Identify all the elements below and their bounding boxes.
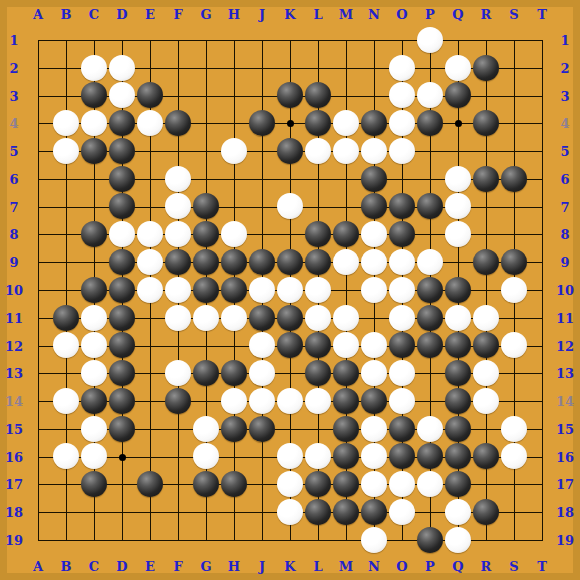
cell-N4[interactable] [360, 109, 388, 137]
cell-K7[interactable] [276, 193, 304, 221]
cell-K9[interactable] [276, 248, 304, 276]
cell-K5[interactable] [276, 137, 304, 165]
cell-G5[interactable] [192, 137, 220, 165]
cell-N19[interactable] [360, 526, 388, 554]
cell-R7[interactable] [472, 193, 500, 221]
cell-B5[interactable] [52, 137, 80, 165]
cell-R10[interactable] [472, 276, 500, 304]
cell-E8[interactable] [136, 220, 164, 248]
cell-A7[interactable] [24, 193, 52, 221]
cell-D19[interactable] [108, 526, 136, 554]
cell-F1[interactable] [164, 26, 192, 54]
cell-J12[interactable] [248, 331, 276, 359]
cell-Q1[interactable] [444, 26, 472, 54]
cell-T12[interactable] [528, 331, 556, 359]
cell-J6[interactable] [248, 165, 276, 193]
cell-Q15[interactable] [444, 415, 472, 443]
cell-E4[interactable] [136, 109, 164, 137]
cell-E17[interactable] [136, 470, 164, 498]
cell-S13[interactable] [500, 359, 528, 387]
cell-J10[interactable] [248, 276, 276, 304]
cell-A14[interactable] [24, 387, 52, 415]
cell-G9[interactable] [192, 248, 220, 276]
cell-K4[interactable] [276, 109, 304, 137]
cell-R1[interactable] [472, 26, 500, 54]
cell-N3[interactable] [360, 82, 388, 110]
cell-S11[interactable] [500, 304, 528, 332]
cell-L18[interactable] [304, 498, 332, 526]
cell-S4[interactable] [500, 109, 528, 137]
cell-H10[interactable] [220, 276, 248, 304]
cell-L11[interactable] [304, 304, 332, 332]
cell-N12[interactable] [360, 331, 388, 359]
cell-B17[interactable] [52, 470, 80, 498]
cell-O17[interactable] [388, 470, 416, 498]
cell-F4[interactable] [164, 109, 192, 137]
cell-A8[interactable] [24, 220, 52, 248]
cell-B12[interactable] [52, 331, 80, 359]
cell-J17[interactable] [248, 470, 276, 498]
cell-C14[interactable] [80, 387, 108, 415]
cell-C10[interactable] [80, 276, 108, 304]
cell-N1[interactable] [360, 26, 388, 54]
cell-E10[interactable] [136, 276, 164, 304]
cell-H11[interactable] [220, 304, 248, 332]
cell-R6[interactable] [472, 165, 500, 193]
cell-S16[interactable] [500, 442, 528, 470]
cell-T11[interactable] [528, 304, 556, 332]
cell-G18[interactable] [192, 498, 220, 526]
cell-T10[interactable] [528, 276, 556, 304]
cell-C9[interactable] [80, 248, 108, 276]
cell-T13[interactable] [528, 359, 556, 387]
cell-H1[interactable] [220, 26, 248, 54]
cell-Q5[interactable] [444, 137, 472, 165]
cell-M18[interactable] [332, 498, 360, 526]
cell-L12[interactable] [304, 331, 332, 359]
cell-R11[interactable] [472, 304, 500, 332]
cell-L3[interactable] [304, 82, 332, 110]
cell-K19[interactable] [276, 526, 304, 554]
cell-A3[interactable] [24, 82, 52, 110]
cell-N2[interactable] [360, 54, 388, 82]
cell-H16[interactable] [220, 442, 248, 470]
cell-H13[interactable] [220, 359, 248, 387]
cell-P14[interactable] [416, 387, 444, 415]
cell-E7[interactable] [136, 193, 164, 221]
cell-J13[interactable] [248, 359, 276, 387]
cell-D8[interactable] [108, 220, 136, 248]
cell-T19[interactable] [528, 526, 556, 554]
cell-M1[interactable] [332, 26, 360, 54]
cell-O10[interactable] [388, 276, 416, 304]
cell-S10[interactable] [500, 276, 528, 304]
cell-O4[interactable] [388, 109, 416, 137]
cell-M19[interactable] [332, 526, 360, 554]
cell-M16[interactable] [332, 442, 360, 470]
cell-B11[interactable] [52, 304, 80, 332]
cell-N10[interactable] [360, 276, 388, 304]
cell-N16[interactable] [360, 442, 388, 470]
cell-R12[interactable] [472, 331, 500, 359]
cell-A19[interactable] [24, 526, 52, 554]
cell-M8[interactable] [332, 220, 360, 248]
cell-M10[interactable] [332, 276, 360, 304]
cell-J8[interactable] [248, 220, 276, 248]
cell-S18[interactable] [500, 498, 528, 526]
cell-N6[interactable] [360, 165, 388, 193]
cell-O16[interactable] [388, 442, 416, 470]
cell-O13[interactable] [388, 359, 416, 387]
cell-C1[interactable] [80, 26, 108, 54]
cell-L9[interactable] [304, 248, 332, 276]
cell-G17[interactable] [192, 470, 220, 498]
cell-Q6[interactable] [444, 165, 472, 193]
cell-C15[interactable] [80, 415, 108, 443]
cell-Q11[interactable] [444, 304, 472, 332]
cell-H8[interactable] [220, 220, 248, 248]
cell-N17[interactable] [360, 470, 388, 498]
cell-G8[interactable] [192, 220, 220, 248]
cell-R8[interactable] [472, 220, 500, 248]
cell-T16[interactable] [528, 442, 556, 470]
cell-M4[interactable] [332, 109, 360, 137]
cell-C19[interactable] [80, 526, 108, 554]
cell-O7[interactable] [388, 193, 416, 221]
cell-F7[interactable] [164, 193, 192, 221]
cell-A16[interactable] [24, 442, 52, 470]
cell-G7[interactable] [192, 193, 220, 221]
cell-O14[interactable] [388, 387, 416, 415]
cell-E14[interactable] [136, 387, 164, 415]
cell-E16[interactable] [136, 442, 164, 470]
cell-A12[interactable] [24, 331, 52, 359]
cell-A4[interactable] [24, 109, 52, 137]
cell-D12[interactable] [108, 331, 136, 359]
cell-L13[interactable] [304, 359, 332, 387]
cell-D14[interactable] [108, 387, 136, 415]
cell-Q19[interactable] [444, 526, 472, 554]
cell-A1[interactable] [24, 26, 52, 54]
cell-B7[interactable] [52, 193, 80, 221]
cell-T15[interactable] [528, 415, 556, 443]
cell-K17[interactable] [276, 470, 304, 498]
cell-T8[interactable] [528, 220, 556, 248]
cell-O5[interactable] [388, 137, 416, 165]
cell-T3[interactable] [528, 82, 556, 110]
cell-N15[interactable] [360, 415, 388, 443]
cell-J15[interactable] [248, 415, 276, 443]
cell-Q8[interactable] [444, 220, 472, 248]
cell-H5[interactable] [220, 137, 248, 165]
cell-K13[interactable] [276, 359, 304, 387]
cell-L4[interactable] [304, 109, 332, 137]
cell-A9[interactable] [24, 248, 52, 276]
cell-J7[interactable] [248, 193, 276, 221]
cell-A5[interactable] [24, 137, 52, 165]
cell-H4[interactable] [220, 109, 248, 137]
cell-F16[interactable] [164, 442, 192, 470]
cell-P2[interactable] [416, 54, 444, 82]
cell-Q10[interactable] [444, 276, 472, 304]
cell-L8[interactable] [304, 220, 332, 248]
cell-R2[interactable] [472, 54, 500, 82]
cell-P4[interactable] [416, 109, 444, 137]
cell-H3[interactable] [220, 82, 248, 110]
cell-K15[interactable] [276, 415, 304, 443]
cell-S1[interactable] [500, 26, 528, 54]
cell-D7[interactable] [108, 193, 136, 221]
cell-O11[interactable] [388, 304, 416, 332]
cell-E18[interactable] [136, 498, 164, 526]
cell-J5[interactable] [248, 137, 276, 165]
cell-G19[interactable] [192, 526, 220, 554]
cell-K14[interactable] [276, 387, 304, 415]
cell-C4[interactable] [80, 109, 108, 137]
cell-O3[interactable] [388, 82, 416, 110]
cell-K18[interactable] [276, 498, 304, 526]
cell-H7[interactable] [220, 193, 248, 221]
cell-F14[interactable] [164, 387, 192, 415]
cell-T17[interactable] [528, 470, 556, 498]
cell-D17[interactable] [108, 470, 136, 498]
cell-K2[interactable] [276, 54, 304, 82]
cell-K3[interactable] [276, 82, 304, 110]
cell-A6[interactable] [24, 165, 52, 193]
cell-S15[interactable] [500, 415, 528, 443]
cell-B8[interactable] [52, 220, 80, 248]
cell-Q7[interactable] [444, 193, 472, 221]
cell-O1[interactable] [388, 26, 416, 54]
cell-E2[interactable] [136, 54, 164, 82]
cell-Q2[interactable] [444, 54, 472, 82]
cell-C13[interactable] [80, 359, 108, 387]
cell-G2[interactable] [192, 54, 220, 82]
cell-M11[interactable] [332, 304, 360, 332]
cell-P15[interactable] [416, 415, 444, 443]
cell-O8[interactable] [388, 220, 416, 248]
cell-G6[interactable] [192, 165, 220, 193]
cell-D13[interactable] [108, 359, 136, 387]
cell-R15[interactable] [472, 415, 500, 443]
cell-B13[interactable] [52, 359, 80, 387]
cell-D16[interactable] [108, 442, 136, 470]
cell-P13[interactable] [416, 359, 444, 387]
cell-T2[interactable] [528, 54, 556, 82]
cell-O18[interactable] [388, 498, 416, 526]
cell-L15[interactable] [304, 415, 332, 443]
cell-A10[interactable] [24, 276, 52, 304]
cell-Q16[interactable] [444, 442, 472, 470]
cell-B15[interactable] [52, 415, 80, 443]
cell-S6[interactable] [500, 165, 528, 193]
cell-H19[interactable] [220, 526, 248, 554]
cell-B19[interactable] [52, 526, 80, 554]
cell-E1[interactable] [136, 26, 164, 54]
cell-G3[interactable] [192, 82, 220, 110]
cell-O15[interactable] [388, 415, 416, 443]
cell-A15[interactable] [24, 415, 52, 443]
cell-S5[interactable] [500, 137, 528, 165]
cell-Q12[interactable] [444, 331, 472, 359]
cell-T1[interactable] [528, 26, 556, 54]
cell-F11[interactable] [164, 304, 192, 332]
cell-P10[interactable] [416, 276, 444, 304]
cell-K6[interactable] [276, 165, 304, 193]
cell-F12[interactable] [164, 331, 192, 359]
cell-O6[interactable] [388, 165, 416, 193]
cell-S9[interactable] [500, 248, 528, 276]
cell-R18[interactable] [472, 498, 500, 526]
cell-Q13[interactable] [444, 359, 472, 387]
cell-G10[interactable] [192, 276, 220, 304]
cell-N18[interactable] [360, 498, 388, 526]
cell-B1[interactable] [52, 26, 80, 54]
cell-P17[interactable] [416, 470, 444, 498]
cell-P18[interactable] [416, 498, 444, 526]
cell-D5[interactable] [108, 137, 136, 165]
cell-K16[interactable] [276, 442, 304, 470]
cell-M9[interactable] [332, 248, 360, 276]
cell-R14[interactable] [472, 387, 500, 415]
cell-A2[interactable] [24, 54, 52, 82]
cell-O19[interactable] [388, 526, 416, 554]
cell-P6[interactable] [416, 165, 444, 193]
cell-D11[interactable] [108, 304, 136, 332]
cell-B16[interactable] [52, 442, 80, 470]
cell-C2[interactable] [80, 54, 108, 82]
cell-P9[interactable] [416, 248, 444, 276]
cell-H15[interactable] [220, 415, 248, 443]
cell-A13[interactable] [24, 359, 52, 387]
cell-M13[interactable] [332, 359, 360, 387]
cell-B2[interactable] [52, 54, 80, 82]
cell-M14[interactable] [332, 387, 360, 415]
cell-Q17[interactable] [444, 470, 472, 498]
cell-S17[interactable] [500, 470, 528, 498]
cell-Q9[interactable] [444, 248, 472, 276]
cell-J16[interactable] [248, 442, 276, 470]
cell-S3[interactable] [500, 82, 528, 110]
cell-N5[interactable] [360, 137, 388, 165]
cell-F19[interactable] [164, 526, 192, 554]
cell-J9[interactable] [248, 248, 276, 276]
cell-F3[interactable] [164, 82, 192, 110]
cell-M3[interactable] [332, 82, 360, 110]
cell-H6[interactable] [220, 165, 248, 193]
cell-T5[interactable] [528, 137, 556, 165]
cell-R5[interactable] [472, 137, 500, 165]
cell-G12[interactable] [192, 331, 220, 359]
cell-P5[interactable] [416, 137, 444, 165]
cell-D6[interactable] [108, 165, 136, 193]
cell-P16[interactable] [416, 442, 444, 470]
cell-L17[interactable] [304, 470, 332, 498]
cell-F6[interactable] [164, 165, 192, 193]
cell-B4[interactable] [52, 109, 80, 137]
cell-K8[interactable] [276, 220, 304, 248]
cell-E9[interactable] [136, 248, 164, 276]
cell-F5[interactable] [164, 137, 192, 165]
cell-S8[interactable] [500, 220, 528, 248]
cell-O12[interactable] [388, 331, 416, 359]
cell-R19[interactable] [472, 526, 500, 554]
cell-T18[interactable] [528, 498, 556, 526]
cell-J14[interactable] [248, 387, 276, 415]
cell-T4[interactable] [528, 109, 556, 137]
cell-F10[interactable] [164, 276, 192, 304]
cell-P19[interactable] [416, 526, 444, 554]
cell-G1[interactable] [192, 26, 220, 54]
cell-C16[interactable] [80, 442, 108, 470]
cell-P12[interactable] [416, 331, 444, 359]
cell-B6[interactable] [52, 165, 80, 193]
cell-K1[interactable] [276, 26, 304, 54]
cell-H12[interactable] [220, 331, 248, 359]
cell-B3[interactable] [52, 82, 80, 110]
cell-C18[interactable] [80, 498, 108, 526]
cell-O2[interactable] [388, 54, 416, 82]
cell-H14[interactable] [220, 387, 248, 415]
cell-S14[interactable] [500, 387, 528, 415]
cell-E15[interactable] [136, 415, 164, 443]
cell-K12[interactable] [276, 331, 304, 359]
cell-E11[interactable] [136, 304, 164, 332]
cell-B18[interactable] [52, 498, 80, 526]
cell-F15[interactable] [164, 415, 192, 443]
cell-S2[interactable] [500, 54, 528, 82]
cell-J2[interactable] [248, 54, 276, 82]
cell-J18[interactable] [248, 498, 276, 526]
cell-D1[interactable] [108, 26, 136, 54]
cell-F13[interactable] [164, 359, 192, 387]
cell-G13[interactable] [192, 359, 220, 387]
cell-G15[interactable] [192, 415, 220, 443]
cell-J4[interactable] [248, 109, 276, 137]
cell-F18[interactable] [164, 498, 192, 526]
cell-A17[interactable] [24, 470, 52, 498]
cell-J11[interactable] [248, 304, 276, 332]
cell-S7[interactable] [500, 193, 528, 221]
cell-C7[interactable] [80, 193, 108, 221]
cell-B9[interactable] [52, 248, 80, 276]
cell-R9[interactable] [472, 248, 500, 276]
cell-Q14[interactable] [444, 387, 472, 415]
cell-H2[interactable] [220, 54, 248, 82]
cell-G4[interactable] [192, 109, 220, 137]
cell-R4[interactable] [472, 109, 500, 137]
cell-Q4[interactable] [444, 109, 472, 137]
cell-F9[interactable] [164, 248, 192, 276]
cell-J1[interactable] [248, 26, 276, 54]
cell-G14[interactable] [192, 387, 220, 415]
cell-Q18[interactable] [444, 498, 472, 526]
cell-L19[interactable] [304, 526, 332, 554]
cell-C8[interactable] [80, 220, 108, 248]
cell-K11[interactable] [276, 304, 304, 332]
cell-H18[interactable] [220, 498, 248, 526]
cell-B14[interactable] [52, 387, 80, 415]
cell-G11[interactable] [192, 304, 220, 332]
cell-A11[interactable] [24, 304, 52, 332]
cell-R16[interactable] [472, 442, 500, 470]
cell-T9[interactable] [528, 248, 556, 276]
cell-F8[interactable] [164, 220, 192, 248]
cell-C3[interactable] [80, 82, 108, 110]
cell-J19[interactable] [248, 526, 276, 554]
cell-P8[interactable] [416, 220, 444, 248]
cell-M17[interactable] [332, 470, 360, 498]
